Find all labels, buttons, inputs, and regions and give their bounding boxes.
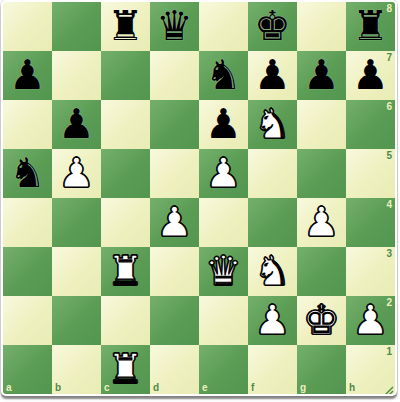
square-a3[interactable] xyxy=(3,247,52,296)
square-b6[interactable]: ♟ xyxy=(52,100,101,149)
square-c1[interactable]: ♜c xyxy=(101,345,150,394)
white-pawn[interactable]: ♟ xyxy=(150,198,199,247)
square-h2[interactable]: ♟2 xyxy=(346,296,395,345)
black-knight[interactable]: ♞ xyxy=(199,51,248,100)
square-a8[interactable] xyxy=(3,2,52,51)
square-e3[interactable]: ♛ xyxy=(199,247,248,296)
white-pawn[interactable]: ♟ xyxy=(199,149,248,198)
square-f5[interactable] xyxy=(248,149,297,198)
square-b3[interactable] xyxy=(52,247,101,296)
square-b1[interactable]: b xyxy=(52,345,101,394)
square-d6[interactable] xyxy=(150,100,199,149)
file-label-f: f xyxy=(251,382,254,393)
resize-handle-icon[interactable] xyxy=(383,382,394,393)
square-f4[interactable] xyxy=(248,198,297,247)
square-e2[interactable] xyxy=(199,296,248,345)
square-d8[interactable]: ♛ xyxy=(150,2,199,51)
square-g5[interactable] xyxy=(297,149,346,198)
square-f1[interactable]: f xyxy=(248,345,297,394)
square-d3[interactable] xyxy=(150,247,199,296)
square-g8[interactable] xyxy=(297,2,346,51)
square-e1[interactable]: e xyxy=(199,345,248,394)
square-f8[interactable]: ♚ xyxy=(248,2,297,51)
square-h7[interactable]: ♟7 xyxy=(346,51,395,100)
black-pawn[interactable]: ♟ xyxy=(3,51,52,100)
square-c4[interactable] xyxy=(101,198,150,247)
square-g7[interactable]: ♟ xyxy=(297,51,346,100)
square-c7[interactable] xyxy=(101,51,150,100)
square-a7[interactable]: ♟ xyxy=(3,51,52,100)
square-a4[interactable] xyxy=(3,198,52,247)
chess-board-window: ♜♛♚♜8♟♞♟♟♟7♟♟♞6♞♟♟5♟♟4♜♛♞3♟♚♟2ab♜cdefgh1 xyxy=(0,0,400,402)
square-a1[interactable]: a xyxy=(3,345,52,394)
square-c8[interactable]: ♜ xyxy=(101,2,150,51)
white-king[interactable]: ♚ xyxy=(297,296,346,345)
white-knight[interactable]: ♞ xyxy=(248,247,297,296)
square-g2[interactable]: ♚ xyxy=(297,296,346,345)
square-a2[interactable] xyxy=(3,296,52,345)
square-h3[interactable]: 3 xyxy=(346,247,395,296)
file-label-h: h xyxy=(349,382,355,393)
file-label-e: e xyxy=(202,382,208,393)
square-e4[interactable] xyxy=(199,198,248,247)
square-g4[interactable]: ♟ xyxy=(297,198,346,247)
black-pawn[interactable]: ♟ xyxy=(297,51,346,100)
square-h6[interactable]: 6 xyxy=(346,100,395,149)
file-label-a: a xyxy=(6,382,12,393)
file-label-b: b xyxy=(55,382,61,393)
white-pawn[interactable]: ♟ xyxy=(297,198,346,247)
square-g3[interactable] xyxy=(297,247,346,296)
white-queen[interactable]: ♛ xyxy=(199,247,248,296)
square-c2[interactable] xyxy=(101,296,150,345)
rank-label-3: 3 xyxy=(386,248,392,259)
square-c6[interactable] xyxy=(101,100,150,149)
white-pawn[interactable]: ♟ xyxy=(346,296,395,345)
rank-label-4: 4 xyxy=(386,199,392,210)
white-rook[interactable]: ♜ xyxy=(101,247,150,296)
chess-board: ♜♛♚♜8♟♞♟♟♟7♟♟♞6♞♟♟5♟♟4♜♛♞3♟♚♟2ab♜cdefgh1 xyxy=(3,2,395,394)
white-pawn[interactable]: ♟ xyxy=(52,149,101,198)
square-b7[interactable] xyxy=(52,51,101,100)
square-e8[interactable] xyxy=(199,2,248,51)
square-b2[interactable] xyxy=(52,296,101,345)
white-knight[interactable]: ♞ xyxy=(248,100,297,149)
square-d1[interactable]: d xyxy=(150,345,199,394)
square-g1[interactable]: g xyxy=(297,345,346,394)
white-rook[interactable]: ♜ xyxy=(101,345,150,394)
square-d5[interactable] xyxy=(150,149,199,198)
square-h4[interactable]: 4 xyxy=(346,198,395,247)
square-e5[interactable]: ♟ xyxy=(199,149,248,198)
black-pawn[interactable]: ♟ xyxy=(199,100,248,149)
square-d7[interactable] xyxy=(150,51,199,100)
square-h5[interactable]: 5 xyxy=(346,149,395,198)
square-e6[interactable]: ♟ xyxy=(199,100,248,149)
black-rook[interactable]: ♜ xyxy=(346,2,395,51)
white-pawn[interactable]: ♟ xyxy=(248,296,297,345)
square-b4[interactable] xyxy=(52,198,101,247)
square-a6[interactable] xyxy=(3,100,52,149)
square-d2[interactable] xyxy=(150,296,199,345)
file-label-g: g xyxy=(300,382,306,393)
square-h8[interactable]: ♜8 xyxy=(346,2,395,51)
square-f6[interactable]: ♞ xyxy=(248,100,297,149)
rank-label-1: 1 xyxy=(386,346,392,357)
square-c5[interactable] xyxy=(101,149,150,198)
rank-label-6: 6 xyxy=(386,101,392,112)
black-pawn[interactable]: ♟ xyxy=(346,51,395,100)
square-a5[interactable]: ♞ xyxy=(3,149,52,198)
black-queen[interactable]: ♛ xyxy=(150,2,199,51)
square-e7[interactable]: ♞ xyxy=(199,51,248,100)
black-rook[interactable]: ♜ xyxy=(101,2,150,51)
black-knight[interactable]: ♞ xyxy=(3,149,52,198)
black-pawn[interactable]: ♟ xyxy=(248,51,297,100)
square-b5[interactable]: ♟ xyxy=(52,149,101,198)
square-c3[interactable]: ♜ xyxy=(101,247,150,296)
square-f2[interactable]: ♟ xyxy=(248,296,297,345)
black-pawn[interactable]: ♟ xyxy=(52,100,101,149)
file-label-d: d xyxy=(153,382,159,393)
square-d4[interactable]: ♟ xyxy=(150,198,199,247)
square-f3[interactable]: ♞ xyxy=(248,247,297,296)
rank-label-5: 5 xyxy=(386,150,392,161)
square-h1[interactable]: h1 xyxy=(346,345,395,394)
square-b8[interactable] xyxy=(52,2,101,51)
square-g6[interactable] xyxy=(297,100,346,149)
black-king[interactable]: ♚ xyxy=(248,2,297,51)
square-f7[interactable]: ♟ xyxy=(248,51,297,100)
